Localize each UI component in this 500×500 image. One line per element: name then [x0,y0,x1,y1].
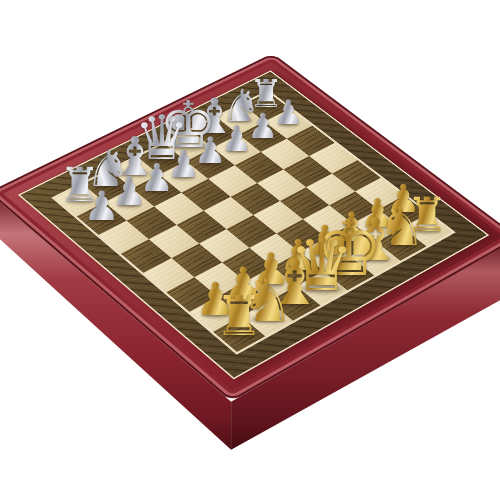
chess-set-photo: ♜♞♟♝♟♚♟♛♟♝♟♞♟♜♟♟♟♟♜♟♞♟♝♟♚♟♛♟♝♟♞♜ [0,0,500,500]
